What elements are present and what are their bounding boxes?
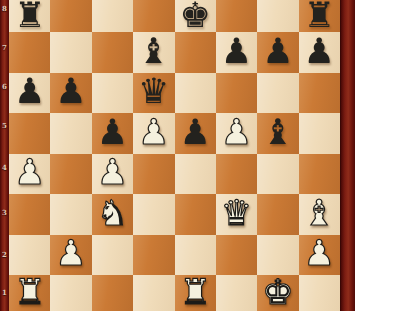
square-d5[interactable]: ♟	[133, 113, 174, 154]
square-c2[interactable]	[92, 235, 133, 276]
rank-label-5: 5	[0, 122, 9, 130]
square-b4[interactable]	[50, 154, 91, 195]
piece-white-pawn-d5[interactable]: ♟	[138, 115, 169, 150]
chess-diagram: 87654321 ♜♚♜♝♟♟♟♟♟♛♟♟♟♟♝♟♟♞♛♝♟♟♜♜♚	[0, 0, 414, 311]
square-e4[interactable]	[175, 154, 216, 195]
square-g4[interactable]	[257, 154, 298, 195]
square-b5[interactable]	[50, 113, 91, 154]
piece-black-pawn-c5[interactable]: ♟	[97, 115, 128, 150]
piece-black-pawn-h7[interactable]: ♟	[304, 34, 335, 69]
square-b7[interactable]	[50, 32, 91, 73]
piece-white-pawn-a4[interactable]: ♟	[14, 155, 45, 190]
square-a4[interactable]: ♟	[9, 154, 50, 195]
square-g5[interactable]: ♝	[257, 113, 298, 154]
square-e1[interactable]: ♜	[175, 275, 216, 311]
square-a1[interactable]: ♜	[9, 275, 50, 311]
square-e7[interactable]	[175, 32, 216, 73]
square-e2[interactable]	[175, 235, 216, 276]
square-h1[interactable]	[299, 275, 340, 311]
piece-white-pawn-b2[interactable]: ♟	[55, 236, 86, 271]
piece-white-pawn-f5[interactable]: ♟	[221, 115, 252, 150]
square-c5[interactable]: ♟	[92, 113, 133, 154]
square-c8[interactable]	[92, 0, 133, 32]
square-b8[interactable]	[50, 0, 91, 32]
square-a7[interactable]	[9, 32, 50, 73]
rank-label-8: 8	[0, 5, 9, 13]
rank-label-2: 2	[0, 251, 9, 259]
rank-label-7: 7	[0, 44, 9, 52]
square-c3[interactable]: ♞	[92, 194, 133, 235]
square-g2[interactable]	[257, 235, 298, 276]
piece-black-pawn-f7[interactable]: ♟	[221, 34, 252, 69]
rank-label-6: 6	[0, 83, 9, 91]
piece-white-pawn-c4[interactable]: ♟	[97, 155, 128, 190]
square-e3[interactable]	[175, 194, 216, 235]
piece-black-pawn-b6[interactable]: ♟	[55, 74, 86, 109]
square-d8[interactable]	[133, 0, 174, 32]
board-right-frame	[340, 0, 355, 311]
square-a8[interactable]: ♜	[9, 0, 50, 32]
square-g3[interactable]	[257, 194, 298, 235]
square-d7[interactable]: ♝	[133, 32, 174, 73]
piece-black-king-e8[interactable]: ♚	[179, 0, 210, 33]
square-f3[interactable]: ♛	[216, 194, 257, 235]
square-d3[interactable]	[133, 194, 174, 235]
square-a6[interactable]: ♟	[9, 73, 50, 114]
square-a5[interactable]	[9, 113, 50, 154]
square-b1[interactable]	[50, 275, 91, 311]
square-d6[interactable]: ♛	[133, 73, 174, 114]
piece-white-king-g1[interactable]: ♚	[262, 275, 293, 310]
square-b6[interactable]: ♟	[50, 73, 91, 114]
piece-black-pawn-a6[interactable]: ♟	[14, 74, 45, 109]
square-h2[interactable]: ♟	[299, 235, 340, 276]
square-h5[interactable]	[299, 113, 340, 154]
square-c1[interactable]	[92, 275, 133, 311]
square-a3[interactable]	[9, 194, 50, 235]
rank-label-3: 3	[0, 209, 9, 217]
piece-white-pawn-h2[interactable]: ♟	[304, 236, 335, 271]
piece-black-bishop-d7[interactable]: ♝	[138, 34, 169, 69]
square-b2[interactable]: ♟	[50, 235, 91, 276]
piece-black-pawn-e5[interactable]: ♟	[179, 115, 210, 150]
square-e6[interactable]	[175, 73, 216, 114]
square-f8[interactable]	[216, 0, 257, 32]
square-h7[interactable]: ♟	[299, 32, 340, 73]
square-g7[interactable]: ♟	[257, 32, 298, 73]
piece-white-rook-e1[interactable]: ♜	[179, 275, 210, 310]
square-f4[interactable]	[216, 154, 257, 195]
piece-white-rook-a1[interactable]: ♜	[14, 275, 45, 310]
chess-board: ♜♚♜♝♟♟♟♟♟♛♟♟♟♟♝♟♟♞♛♝♟♟♜♜♚	[9, 0, 340, 311]
square-d4[interactable]	[133, 154, 174, 195]
square-f2[interactable]	[216, 235, 257, 276]
square-f7[interactable]: ♟	[216, 32, 257, 73]
piece-white-queen-f3[interactable]: ♛	[221, 196, 252, 231]
square-g8[interactable]	[257, 0, 298, 32]
square-h4[interactable]	[299, 154, 340, 195]
square-e5[interactable]: ♟	[175, 113, 216, 154]
square-f5[interactable]: ♟	[216, 113, 257, 154]
piece-white-knight-c3[interactable]: ♞	[97, 196, 128, 231]
piece-white-bishop-h3[interactable]: ♝	[304, 196, 335, 231]
piece-black-rook-a8[interactable]: ♜	[14, 0, 45, 33]
piece-black-pawn-g7[interactable]: ♟	[262, 34, 293, 69]
square-g6[interactable]	[257, 73, 298, 114]
rank-label-4: 4	[0, 164, 9, 172]
square-h3[interactable]: ♝	[299, 194, 340, 235]
piece-black-queen-d6[interactable]: ♛	[138, 74, 169, 109]
square-f6[interactable]	[216, 73, 257, 114]
square-b3[interactable]	[50, 194, 91, 235]
piece-black-bishop-g5[interactable]: ♝	[262, 115, 293, 150]
square-h6[interactable]	[299, 73, 340, 114]
square-a2[interactable]	[9, 235, 50, 276]
square-d2[interactable]	[133, 235, 174, 276]
piece-black-rook-h8[interactable]: ♜	[304, 0, 335, 33]
square-c7[interactable]	[92, 32, 133, 73]
square-d1[interactable]	[133, 275, 174, 311]
square-c6[interactable]	[92, 73, 133, 114]
square-c4[interactable]: ♟	[92, 154, 133, 195]
square-h8[interactable]: ♜	[299, 0, 340, 32]
square-g1[interactable]: ♚	[257, 275, 298, 311]
square-f1[interactable]	[216, 275, 257, 311]
square-e8[interactable]: ♚	[175, 0, 216, 32]
rank-label-1: 1	[0, 289, 9, 297]
